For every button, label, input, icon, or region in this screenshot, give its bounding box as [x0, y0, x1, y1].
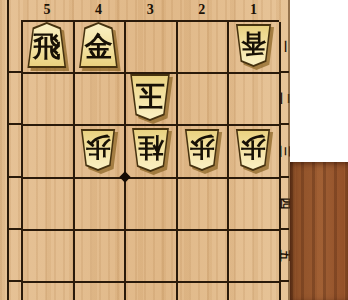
window-background	[290, 0, 348, 162]
file-label-2: 2	[176, 1, 228, 19]
rank-line-tick-right	[279, 71, 289, 73]
gote-orientation: 桂	[130, 128, 171, 172]
rank-line-tick-left	[7, 71, 21, 73]
piece-kanji: 歩	[79, 129, 117, 171]
board-square-12[interactable]	[229, 74, 281, 126]
board-square-25[interactable]	[178, 231, 230, 283]
file-label-1: 1	[227, 1, 279, 19]
rank-line-tick-left	[7, 280, 21, 282]
rank-line-tick-right	[279, 280, 289, 282]
board-square-14[interactable]	[229, 179, 281, 231]
board-square-21[interactable]	[178, 22, 230, 74]
board-square-55[interactable]	[23, 231, 75, 283]
board-square-26[interactable]	[178, 283, 230, 300]
shogi-piece-gold-41[interactable]: 金	[77, 22, 120, 68]
board-square-24[interactable]	[178, 179, 230, 231]
board-square-22[interactable]	[178, 74, 230, 126]
board-square-45[interactable]	[75, 231, 127, 283]
sente-orientation: 飛	[25, 22, 68, 68]
file-label-4: 4	[73, 1, 125, 19]
sente-orientation: 金	[77, 22, 120, 68]
rank-line-tick-right	[279, 228, 289, 230]
board-square-35[interactable]	[126, 231, 178, 283]
shogi-board: 54321 一二三四五 飛金香玉歩桂歩歩	[0, 0, 290, 300]
board-square-15[interactable]	[229, 231, 281, 283]
file-label-5: 5	[21, 1, 73, 19]
shogi-piece-lance-11[interactable]: 香	[234, 24, 273, 67]
rank-line-tick-left	[7, 123, 21, 125]
piece-kanji: 金	[77, 22, 120, 68]
shogi-piece-pawn-43[interactable]: 歩	[79, 129, 117, 171]
gote-orientation: 歩	[234, 129, 272, 171]
piece-kanji: 香	[234, 24, 273, 67]
board-square-42[interactable]	[75, 74, 127, 126]
board-square-44[interactable]	[75, 179, 127, 231]
file-label-3: 3	[124, 1, 176, 19]
piece-kanji: 桂	[130, 128, 171, 172]
rank-line-tick-left	[7, 228, 21, 230]
piece-stand	[290, 162, 348, 300]
file-labels: 54321	[0, 0, 290, 20]
board-square-16[interactable]	[229, 283, 281, 300]
board-square-54[interactable]	[23, 179, 75, 231]
rank-line-tick-right	[279, 176, 289, 178]
board-square-53[interactable]	[23, 126, 75, 178]
shogi-piece-rook-51[interactable]: 飛	[25, 22, 68, 68]
board-square-56[interactable]	[23, 283, 75, 300]
gote-orientation: 歩	[79, 129, 117, 171]
board-square-31[interactable]	[126, 22, 178, 74]
piece-kanji: 歩	[234, 129, 272, 171]
rank-line-tick-left	[7, 176, 21, 178]
gote-orientation: 玉	[128, 74, 172, 121]
board-square-36[interactable]	[126, 283, 178, 300]
shogi-piece-pawn-23[interactable]: 歩	[183, 129, 221, 171]
shogi-piece-pawn-13[interactable]: 歩	[234, 129, 272, 171]
gote-orientation: 香	[234, 24, 273, 67]
shogi-piece-knight-33[interactable]: 桂	[130, 128, 171, 172]
gote-orientation: 歩	[183, 129, 221, 171]
shogi-piece-king-32[interactable]: 玉	[128, 74, 172, 121]
board-square-34[interactable]	[126, 179, 178, 231]
piece-kanji: 飛	[25, 22, 68, 68]
rank-line-tick-right	[279, 123, 289, 125]
piece-kanji: 歩	[183, 129, 221, 171]
board-square-46[interactable]	[75, 283, 127, 300]
piece-kanji: 玉	[128, 74, 172, 121]
board-square-52[interactable]	[23, 74, 75, 126]
shogi-app-window: 54321 一二三四五 飛金香玉歩桂歩歩	[0, 0, 348, 300]
